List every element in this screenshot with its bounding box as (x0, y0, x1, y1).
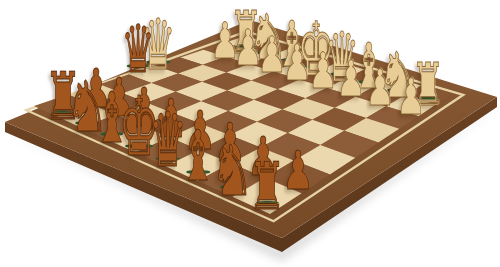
board-squares (34, 36, 452, 214)
chess-board (0, 0, 500, 267)
chess-set-photo: ♜♞♟♝♟♛♛♚♟♛♟♝♟♞♟♜♟♟♟♟♜♟♞♟♝♟♚♟♛♟♝♟♞♜ (0, 0, 500, 267)
